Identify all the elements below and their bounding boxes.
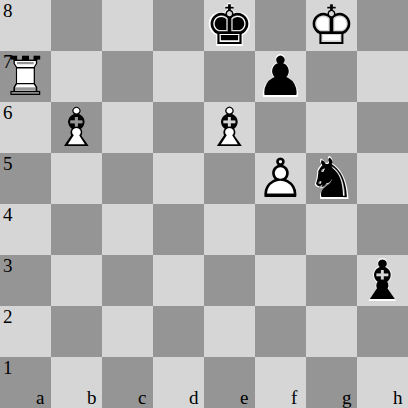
- square-d2[interactable]: [153, 306, 204, 357]
- square-h8[interactable]: [357, 0, 408, 51]
- square-g6[interactable]: [306, 102, 357, 153]
- white-rook-glyph: ♖: [0, 51, 51, 102]
- white-king-glyph: ♔: [306, 0, 357, 51]
- square-h7[interactable]: [357, 51, 408, 102]
- square-a3[interactable]: [0, 255, 51, 306]
- square-f8[interactable]: [255, 0, 306, 51]
- piece-black-king: ♚♚: [204, 0, 255, 51]
- square-c6[interactable]: [102, 102, 153, 153]
- square-d5[interactable]: [153, 153, 204, 204]
- square-d6[interactable]: [153, 102, 204, 153]
- square-b8[interactable]: [51, 0, 102, 51]
- square-g7[interactable]: [306, 51, 357, 102]
- square-d8[interactable]: [153, 0, 204, 51]
- square-b4[interactable]: [51, 204, 102, 255]
- black-pawn-glyph: ♟: [255, 51, 306, 102]
- black-king-fill: ♚: [202, 0, 258, 53]
- white-rook-fill: ♜: [0, 51, 51, 102]
- black-king-glyph: ♚: [204, 0, 255, 51]
- square-e1[interactable]: [204, 357, 255, 408]
- square-e7[interactable]: [204, 51, 255, 102]
- square-e2[interactable]: [204, 306, 255, 357]
- piece-black-knight: ♞♞: [306, 153, 357, 204]
- square-c3[interactable]: [102, 255, 153, 306]
- square-a8[interactable]: [0, 0, 51, 51]
- chess-diagram: ♚♚♚♔♜♖♟♟♝♗♝♗♟♙♞♞♝♝ 87654321abcdefgh: [0, 0, 408, 408]
- square-a2[interactable]: [0, 306, 51, 357]
- square-b5[interactable]: [51, 153, 102, 204]
- piece-white-king: ♚♔: [306, 0, 357, 51]
- square-g2[interactable]: [306, 306, 357, 357]
- square-b2[interactable]: [51, 306, 102, 357]
- square-e6[interactable]: ♝♗: [204, 102, 255, 153]
- square-a7[interactable]: ♜♖: [0, 51, 51, 102]
- white-bishop-fill: ♝: [204, 102, 255, 153]
- piece-white-bishop: ♝♗: [204, 102, 255, 153]
- square-h2[interactable]: [357, 306, 408, 357]
- white-pawn-fill: ♟: [255, 153, 306, 204]
- square-c4[interactable]: [102, 204, 153, 255]
- square-b1[interactable]: [51, 357, 102, 408]
- square-d1[interactable]: [153, 357, 204, 408]
- square-e3[interactable]: [204, 255, 255, 306]
- square-c8[interactable]: [102, 0, 153, 51]
- square-d7[interactable]: [153, 51, 204, 102]
- piece-white-rook: ♜♖: [0, 51, 51, 102]
- square-b7[interactable]: [51, 51, 102, 102]
- square-h4[interactable]: [357, 204, 408, 255]
- chess-board: ♚♚♚♔♜♖♟♟♝♗♝♗♟♙♞♞♝♝: [0, 0, 408, 408]
- square-g4[interactable]: [306, 204, 357, 255]
- square-c1[interactable]: [102, 357, 153, 408]
- square-h5[interactable]: [357, 153, 408, 204]
- black-bishop-fill: ♝: [355, 253, 408, 309]
- square-f3[interactable]: [255, 255, 306, 306]
- square-f4[interactable]: [255, 204, 306, 255]
- square-h3[interactable]: ♝♝: [357, 255, 408, 306]
- square-f6[interactable]: [255, 102, 306, 153]
- square-e5[interactable]: [204, 153, 255, 204]
- square-e8[interactable]: ♚♚: [204, 0, 255, 51]
- piece-white-pawn: ♟♙: [255, 153, 306, 204]
- square-a6[interactable]: [0, 102, 51, 153]
- white-bishop-fill: ♝: [51, 102, 102, 153]
- square-f5[interactable]: ♟♙: [255, 153, 306, 204]
- square-e4[interactable]: [204, 204, 255, 255]
- square-b6[interactable]: ♝♗: [51, 102, 102, 153]
- square-a5[interactable]: [0, 153, 51, 204]
- piece-black-bishop: ♝♝: [357, 255, 408, 306]
- piece-white-bishop: ♝♗: [51, 102, 102, 153]
- black-pawn-fill: ♟: [253, 49, 309, 105]
- square-c2[interactable]: [102, 306, 153, 357]
- square-c7[interactable]: [102, 51, 153, 102]
- white-bishop-glyph: ♗: [51, 102, 102, 153]
- white-bishop-glyph: ♗: [204, 102, 255, 153]
- piece-black-pawn: ♟♟: [255, 51, 306, 102]
- square-h1[interactable]: [357, 357, 408, 408]
- square-g1[interactable]: [306, 357, 357, 408]
- black-bishop-glyph: ♝: [357, 255, 408, 306]
- white-king-fill: ♚: [306, 0, 357, 51]
- square-g5[interactable]: ♞♞: [306, 153, 357, 204]
- square-f1[interactable]: [255, 357, 306, 408]
- square-g3[interactable]: [306, 255, 357, 306]
- square-d3[interactable]: [153, 255, 204, 306]
- square-b3[interactable]: [51, 255, 102, 306]
- square-g8[interactable]: ♚♔: [306, 0, 357, 51]
- black-knight-glyph: ♞: [306, 153, 357, 204]
- square-f2[interactable]: [255, 306, 306, 357]
- square-h6[interactable]: [357, 102, 408, 153]
- black-knight-fill: ♞: [304, 151, 360, 207]
- square-a1[interactable]: [0, 357, 51, 408]
- white-pawn-glyph: ♙: [255, 153, 306, 204]
- square-a4[interactable]: [0, 204, 51, 255]
- square-c5[interactable]: [102, 153, 153, 204]
- square-d4[interactable]: [153, 204, 204, 255]
- square-f7[interactable]: ♟♟: [255, 51, 306, 102]
